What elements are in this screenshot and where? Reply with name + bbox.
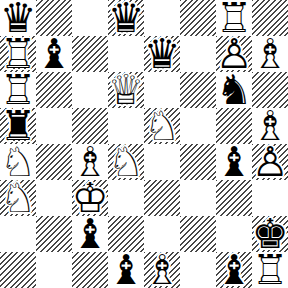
black-bishop: ♝♝	[36, 36, 72, 72]
white-bishop-glyph: ♗	[144, 252, 180, 288]
square-e7[interactable]: ♛♛	[144, 36, 180, 72]
white-knight-glyph: ♘	[144, 108, 180, 144]
square-c6[interactable]	[72, 72, 108, 108]
square-f7[interactable]	[180, 36, 216, 72]
black-bishop-glyph: ♝	[108, 252, 144, 288]
square-b7[interactable]: ♝♝	[36, 36, 72, 72]
square-d6[interactable]: ♛♕	[108, 72, 144, 108]
white-bishop-glyph: ♗	[252, 36, 288, 72]
square-g4[interactable]: ♝♝	[216, 144, 252, 180]
black-queen-glyph: ♛	[144, 36, 180, 72]
square-d8[interactable]: ♛♛	[108, 0, 144, 36]
black-bishop-glyph: ♝	[72, 216, 108, 252]
square-d3[interactable]	[108, 180, 144, 216]
square-e4[interactable]	[144, 144, 180, 180]
square-a3[interactable]: ♞♘	[0, 180, 36, 216]
square-b1[interactable]	[36, 252, 72, 288]
square-f4[interactable]	[180, 144, 216, 180]
square-g1[interactable]: ♝♝	[216, 252, 252, 288]
square-d1[interactable]: ♝♝	[108, 252, 144, 288]
black-bishop: ♝♝	[216, 252, 252, 288]
white-knight: ♞♘	[0, 180, 36, 216]
white-rook: ♜♖	[252, 252, 288, 288]
square-f8[interactable]	[180, 0, 216, 36]
black-bishop: ♝♝	[216, 144, 252, 180]
black-bishop-glyph: ♝	[216, 144, 252, 180]
black-bishop-glyph: ♝	[36, 36, 72, 72]
square-h1[interactable]: ♜♖	[252, 252, 288, 288]
white-rook-glyph: ♖	[252, 252, 288, 288]
square-a1[interactable]	[0, 252, 36, 288]
black-knight-glyph: ♞	[216, 72, 252, 108]
black-queen: ♛♛	[144, 36, 180, 72]
square-f3[interactable]	[180, 180, 216, 216]
white-bishop: ♝♗	[144, 252, 180, 288]
white-queen: ♛♕	[108, 72, 144, 108]
square-e3[interactable]	[144, 180, 180, 216]
square-c8[interactable]	[72, 0, 108, 36]
black-bishop-glyph: ♝	[216, 252, 252, 288]
white-knight-glyph: ♘	[0, 180, 36, 216]
square-c2[interactable]: ♝♝	[72, 216, 108, 252]
black-bishop: ♝♝	[108, 252, 144, 288]
square-h7[interactable]: ♝♗	[252, 36, 288, 72]
square-c7[interactable]	[72, 36, 108, 72]
black-queen: ♛♛	[108, 0, 144, 36]
square-b6[interactable]	[36, 72, 72, 108]
square-c1[interactable]	[72, 252, 108, 288]
square-h4[interactable]: ♟♙	[252, 144, 288, 180]
white-knight: ♞♘	[144, 108, 180, 144]
square-b4[interactable]	[36, 144, 72, 180]
white-bishop: ♝♗	[252, 36, 288, 72]
square-f6[interactable]	[180, 72, 216, 108]
square-f2[interactable]	[180, 216, 216, 252]
chess-board: ♛♛♛♛♜♖♜♖♝♝♛♛♟♙♝♗♜♖♛♕♞♞♜♜♞♘♝♗♞♘♝♗♞♘♝♝♟♙♞♘…	[0, 0, 288, 288]
square-g3[interactable]	[216, 180, 252, 216]
square-e1[interactable]: ♝♗	[144, 252, 180, 288]
square-b2[interactable]	[36, 216, 72, 252]
square-b3[interactable]	[36, 180, 72, 216]
square-b5[interactable]	[36, 108, 72, 144]
white-knight-glyph: ♘	[108, 144, 144, 180]
square-e5[interactable]: ♞♘	[144, 108, 180, 144]
white-pawn-glyph: ♙	[252, 144, 288, 180]
square-f1[interactable]	[180, 252, 216, 288]
square-g6[interactable]: ♞♞	[216, 72, 252, 108]
square-d4[interactable]: ♞♘	[108, 144, 144, 180]
square-a2[interactable]	[0, 216, 36, 252]
black-bishop: ♝♝	[72, 216, 108, 252]
white-pawn: ♟♙	[252, 144, 288, 180]
black-knight: ♞♞	[216, 72, 252, 108]
black-queen-glyph: ♛	[108, 0, 144, 36]
square-f5[interactable]	[180, 108, 216, 144]
white-knight: ♞♘	[108, 144, 144, 180]
white-queen-glyph: ♕	[108, 72, 144, 108]
